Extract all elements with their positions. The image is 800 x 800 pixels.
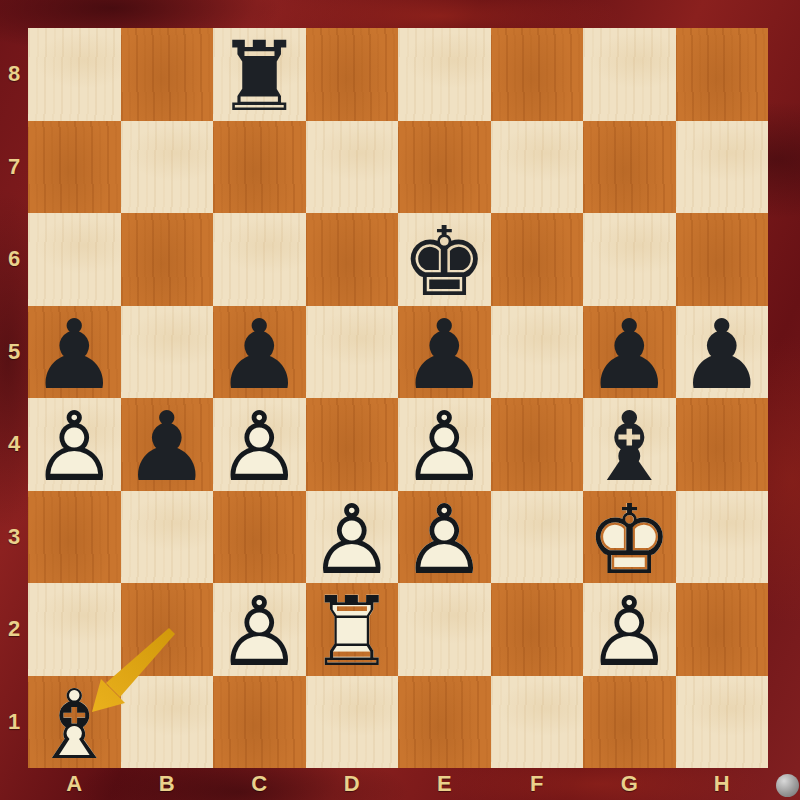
square-d2[interactable]: ♜♖ [306,583,399,676]
black-piece-glyph: ♟ [583,309,676,402]
chess-board: ♜♚♟♟♟♟♟♟♙♟♟♙♟♙♝♟♙♟♙♚♔♟♙♜♖♟♙♝♗ [28,28,768,768]
square-c6[interactable] [213,213,306,306]
square-a3[interactable] [28,491,121,584]
file-label-H: H [676,768,769,800]
square-a5[interactable]: ♟ [28,306,121,399]
square-g5[interactable]: ♟ [583,306,676,399]
rank-label-3: 3 [0,491,28,584]
square-h6[interactable] [676,213,769,306]
piece-black-bishop-g4[interactable]: ♝ [583,398,676,491]
square-e5[interactable]: ♟ [398,306,491,399]
white-piece-outline: ♙ [398,401,491,494]
square-a6[interactable] [28,213,121,306]
square-b1[interactable] [121,676,214,769]
rank-label-6: 6 [0,213,28,306]
black-piece-glyph: ♝ [583,401,676,494]
square-b6[interactable] [121,213,214,306]
piece-white-king-g3[interactable]: ♚♔ [583,491,676,584]
square-h4[interactable] [676,398,769,491]
square-f8[interactable] [491,28,584,121]
square-c2[interactable]: ♟♙ [213,583,306,676]
square-a7[interactable] [28,121,121,214]
square-g4[interactable]: ♝ [583,398,676,491]
square-c3[interactable] [213,491,306,584]
square-d1[interactable] [306,676,399,769]
black-piece-glyph: ♟ [28,309,121,402]
rank-label-7: 7 [0,121,28,214]
square-b7[interactable] [121,121,214,214]
square-d5[interactable] [306,306,399,399]
white-piece-outline: ♙ [28,401,121,494]
square-e3[interactable]: ♟♙ [398,491,491,584]
piece-white-pawn-c4[interactable]: ♟♙ [213,398,306,491]
square-c5[interactable]: ♟ [213,306,306,399]
square-a2[interactable] [28,583,121,676]
piece-white-pawn-d3[interactable]: ♟♙ [306,491,399,584]
square-d6[interactable] [306,213,399,306]
piece-black-pawn-b4[interactable]: ♟ [121,398,214,491]
piece-white-pawn-c2[interactable]: ♟♙ [213,583,306,676]
square-g2[interactable]: ♟♙ [583,583,676,676]
white-piece-outline: ♔ [583,494,676,587]
file-label-D: D [306,768,399,800]
corner-dot [776,774,799,797]
square-g7[interactable] [583,121,676,214]
square-h7[interactable] [676,121,769,214]
rank-label-8: 8 [0,28,28,121]
square-h8[interactable] [676,28,769,121]
file-label-E: E [398,768,491,800]
file-label-B: B [121,768,214,800]
square-h5[interactable]: ♟ [676,306,769,399]
square-e6[interactable]: ♚ [398,213,491,306]
piece-black-king-e6[interactable]: ♚ [398,213,491,306]
square-d7[interactable] [306,121,399,214]
piece-white-pawn-g2[interactable]: ♟♙ [583,583,676,676]
black-piece-glyph: ♟ [213,309,306,402]
square-b8[interactable] [121,28,214,121]
square-c7[interactable] [213,121,306,214]
piece-black-pawn-e5[interactable]: ♟ [398,306,491,399]
rank-label-5: 5 [0,306,28,399]
square-c4[interactable]: ♟♙ [213,398,306,491]
piece-white-rook-d2[interactable]: ♜♖ [306,583,399,676]
square-b4[interactable]: ♟ [121,398,214,491]
square-c1[interactable] [213,676,306,769]
piece-white-pawn-a4[interactable]: ♟♙ [28,398,121,491]
square-b5[interactable] [121,306,214,399]
square-g1[interactable] [583,676,676,769]
rank-label-1: 1 [0,676,28,769]
square-f6[interactable] [491,213,584,306]
file-label-F: F [491,768,584,800]
white-piece-outline: ♙ [213,401,306,494]
file-label-A: A [28,768,121,800]
square-f2[interactable] [491,583,584,676]
piece-white-pawn-e3[interactable]: ♟♙ [398,491,491,584]
square-g8[interactable] [583,28,676,121]
black-piece-glyph: ♟ [676,309,769,402]
black-piece-glyph: ♟ [121,401,214,494]
piece-black-pawn-c5[interactable]: ♟ [213,306,306,399]
square-e2[interactable] [398,583,491,676]
square-h1[interactable] [676,676,769,769]
square-a8[interactable] [28,28,121,121]
square-e8[interactable] [398,28,491,121]
square-f4[interactable] [491,398,584,491]
black-piece-glyph: ♜ [213,31,306,124]
rank-label-4: 4 [0,398,28,491]
square-f3[interactable] [491,491,584,584]
white-piece-outline: ♙ [306,494,399,587]
file-label-C: C [213,768,306,800]
chess-diagram: ♜♚♟♟♟♟♟♟♙♟♟♙♟♙♝♟♙♟♙♚♔♟♙♜♖♟♙♝♗ 87654321 A… [0,0,800,800]
square-f1[interactable] [491,676,584,769]
piece-black-pawn-a5[interactable]: ♟ [28,306,121,399]
square-g6[interactable] [583,213,676,306]
square-f7[interactable] [491,121,584,214]
square-d3[interactable]: ♟♙ [306,491,399,584]
white-piece-outline: ♙ [398,494,491,587]
square-a1[interactable]: ♝♗ [28,676,121,769]
square-h3[interactable] [676,491,769,584]
square-c8[interactable]: ♜ [213,28,306,121]
square-f5[interactable] [491,306,584,399]
piece-white-bishop-a1[interactable]: ♝♗ [28,676,121,769]
square-g3[interactable]: ♚♔ [583,491,676,584]
piece-black-rook-c8[interactable]: ♜ [213,28,306,121]
piece-white-pawn-e4[interactable]: ♟♙ [398,398,491,491]
white-piece-outline: ♖ [306,586,399,679]
rank-label-2: 2 [0,583,28,676]
square-b3[interactable] [121,491,214,584]
square-b2[interactable] [121,583,214,676]
white-piece-outline: ♙ [583,586,676,679]
square-a4[interactable]: ♟♙ [28,398,121,491]
square-e4[interactable]: ♟♙ [398,398,491,491]
black-piece-glyph: ♚ [398,216,491,309]
square-e1[interactable] [398,676,491,769]
piece-black-pawn-g5[interactable]: ♟ [583,306,676,399]
white-piece-outline: ♙ [213,586,306,679]
white-piece-outline: ♗ [28,679,121,772]
black-piece-glyph: ♟ [398,309,491,402]
square-d4[interactable] [306,398,399,491]
file-label-G: G [583,768,676,800]
piece-black-pawn-h5[interactable]: ♟ [676,306,769,399]
square-h2[interactable] [676,583,769,676]
square-d8[interactable] [306,28,399,121]
square-e7[interactable] [398,121,491,214]
